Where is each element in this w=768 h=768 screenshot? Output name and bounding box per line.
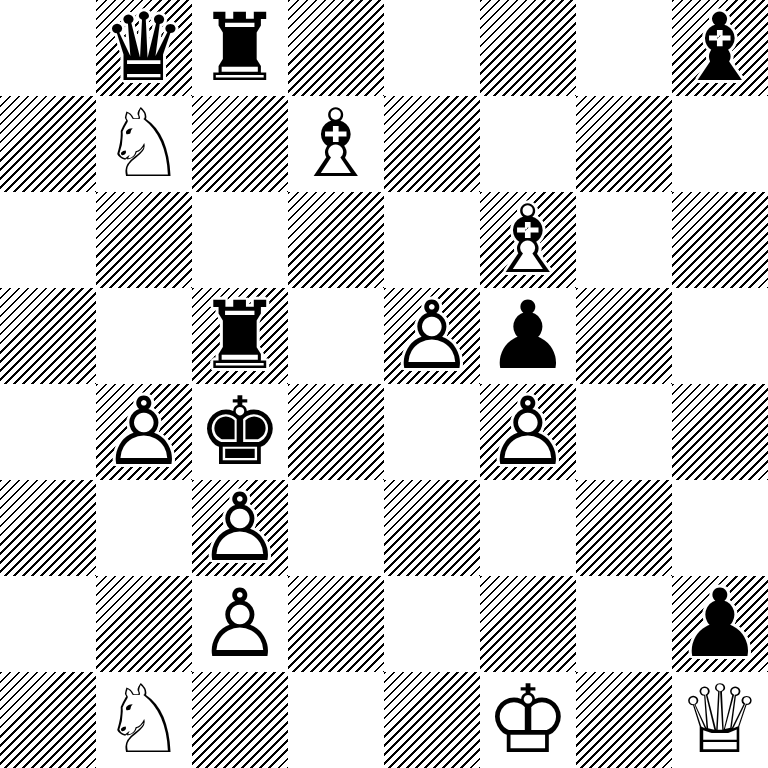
square-c2[interactable]: ♟♙ (192, 576, 288, 672)
square-f2[interactable] (480, 576, 576, 672)
square-d6[interactable] (288, 192, 384, 288)
square-c8[interactable]: ♜♜ (192, 0, 288, 96)
piece-white-pawn[interactable]: ♟♙ (192, 480, 288, 576)
piece-white-knight[interactable]: ♞♘ (96, 96, 192, 192)
square-a7[interactable] (0, 96, 96, 192)
piece-glyph: ♙ (192, 576, 288, 672)
square-b7[interactable]: ♞♘ (96, 96, 192, 192)
chess-board: ♛♛♜♜♝♝♞♘♝♗♝♗♜♜♟♙♟♟♟♙♚♚♟♙♟♙♟♙♟♟♞♘♚♔♛♕ (0, 0, 768, 768)
square-g3[interactable] (576, 480, 672, 576)
square-g6[interactable] (576, 192, 672, 288)
piece-black-rook[interactable]: ♜♜ (192, 288, 288, 384)
square-c4[interactable]: ♚♚ (192, 384, 288, 480)
piece-glyph: ♛ (96, 0, 192, 96)
square-g2[interactable] (576, 576, 672, 672)
square-e3[interactable] (384, 480, 480, 576)
square-h6[interactable] (672, 192, 768, 288)
square-a2[interactable] (0, 576, 96, 672)
square-e7[interactable] (384, 96, 480, 192)
square-b6[interactable] (96, 192, 192, 288)
square-a6[interactable] (0, 192, 96, 288)
piece-black-king[interactable]: ♚♚ (192, 384, 288, 480)
piece-glyph: ♙ (192, 480, 288, 576)
piece-white-king[interactable]: ♚♔ (480, 672, 576, 768)
square-e1[interactable] (384, 672, 480, 768)
square-g7[interactable] (576, 96, 672, 192)
square-a8[interactable] (0, 0, 96, 96)
square-c3[interactable]: ♟♙ (192, 480, 288, 576)
piece-white-queen[interactable]: ♛♕ (672, 672, 768, 768)
piece-glyph: ♜ (192, 0, 288, 96)
square-c7[interactable] (192, 96, 288, 192)
square-h8[interactable]: ♝♝ (672, 0, 768, 96)
piece-glyph: ♟ (480, 288, 576, 384)
square-f3[interactable] (480, 480, 576, 576)
square-d5[interactable] (288, 288, 384, 384)
square-a4[interactable] (0, 384, 96, 480)
square-f5[interactable]: ♟♟ (480, 288, 576, 384)
piece-glyph: ♕ (672, 672, 768, 768)
square-c6[interactable] (192, 192, 288, 288)
piece-glyph: ♔ (480, 672, 576, 768)
piece-glyph: ♗ (288, 96, 384, 192)
piece-glyph: ♘ (96, 96, 192, 192)
square-d8[interactable] (288, 0, 384, 96)
square-b1[interactable]: ♞♘ (96, 672, 192, 768)
piece-black-bishop[interactable]: ♝♝ (672, 0, 768, 96)
square-f6[interactable]: ♝♗ (480, 192, 576, 288)
piece-black-rook[interactable]: ♜♜ (192, 0, 288, 96)
square-g4[interactable] (576, 384, 672, 480)
square-c1[interactable] (192, 672, 288, 768)
square-d3[interactable] (288, 480, 384, 576)
square-f7[interactable] (480, 96, 576, 192)
square-f1[interactable]: ♚♔ (480, 672, 576, 768)
square-e4[interactable] (384, 384, 480, 480)
square-b5[interactable] (96, 288, 192, 384)
piece-glyph: ♙ (96, 384, 192, 480)
square-e6[interactable] (384, 192, 480, 288)
square-d4[interactable] (288, 384, 384, 480)
square-b3[interactable] (96, 480, 192, 576)
square-g5[interactable] (576, 288, 672, 384)
square-b4[interactable]: ♟♙ (96, 384, 192, 480)
piece-glyph: ♙ (384, 288, 480, 384)
piece-glyph: ♗ (480, 192, 576, 288)
square-e5[interactable]: ♟♙ (384, 288, 480, 384)
square-e8[interactable] (384, 0, 480, 96)
piece-glyph: ♟ (672, 576, 768, 672)
square-g1[interactable] (576, 672, 672, 768)
square-h7[interactable] (672, 96, 768, 192)
piece-glyph: ♝ (672, 0, 768, 96)
square-h1[interactable]: ♛♕ (672, 672, 768, 768)
square-a5[interactable] (0, 288, 96, 384)
piece-glyph: ♜ (192, 288, 288, 384)
piece-black-pawn[interactable]: ♟♟ (672, 576, 768, 672)
piece-white-pawn[interactable]: ♟♙ (384, 288, 480, 384)
square-e2[interactable] (384, 576, 480, 672)
square-h4[interactable] (672, 384, 768, 480)
square-h5[interactable] (672, 288, 768, 384)
square-g8[interactable] (576, 0, 672, 96)
piece-white-pawn[interactable]: ♟♙ (480, 384, 576, 480)
piece-glyph: ♚ (192, 384, 288, 480)
square-h2[interactable]: ♟♟ (672, 576, 768, 672)
square-d2[interactable] (288, 576, 384, 672)
piece-white-knight[interactable]: ♞♘ (96, 672, 192, 768)
square-a1[interactable] (0, 672, 96, 768)
piece-white-pawn[interactable]: ♟♙ (96, 384, 192, 480)
piece-white-bishop[interactable]: ♝♗ (480, 192, 576, 288)
square-h3[interactable] (672, 480, 768, 576)
piece-white-pawn[interactable]: ♟♙ (192, 576, 288, 672)
piece-black-queen[interactable]: ♛♛ (96, 0, 192, 96)
square-b8[interactable]: ♛♛ (96, 0, 192, 96)
piece-glyph: ♙ (480, 384, 576, 480)
square-c5[interactable]: ♜♜ (192, 288, 288, 384)
piece-white-bishop[interactable]: ♝♗ (288, 96, 384, 192)
square-d7[interactable]: ♝♗ (288, 96, 384, 192)
square-d1[interactable] (288, 672, 384, 768)
square-b2[interactable] (96, 576, 192, 672)
piece-glyph: ♘ (96, 672, 192, 768)
square-a3[interactable] (0, 480, 96, 576)
square-f8[interactable] (480, 0, 576, 96)
square-f4[interactable]: ♟♙ (480, 384, 576, 480)
piece-black-pawn[interactable]: ♟♟ (480, 288, 576, 384)
